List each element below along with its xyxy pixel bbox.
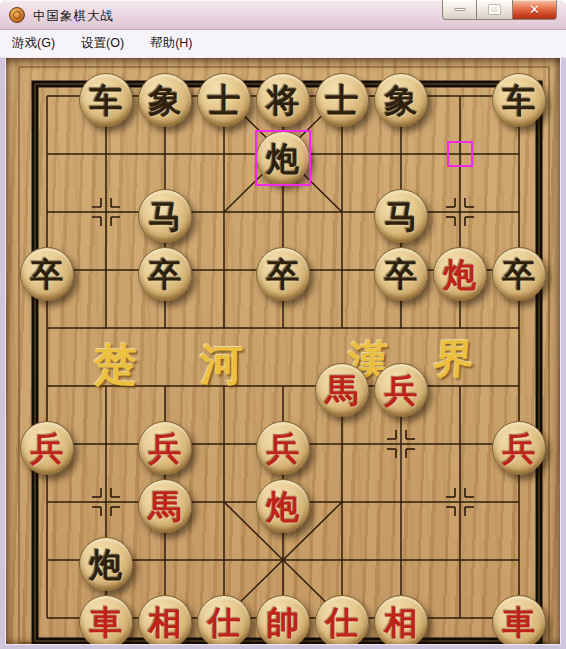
titlebar[interactable]: 中国象棋大战 ✕ <box>0 0 566 30</box>
window-title: 中国象棋大战 <box>33 8 114 25</box>
xiangqi-board[interactable]: 楚 河 漢 界 车象士将士象车炮马马卒卒卒卒炮卒馬兵兵兵兵兵馬炮炮車相仕帥仕相車 <box>6 58 560 644</box>
maximize-icon <box>489 5 500 14</box>
last-move-to-highlight <box>255 130 311 186</box>
minimize-icon <box>454 8 466 11</box>
highlight-layer <box>6 58 560 644</box>
close-icon: ✕ <box>529 3 540 16</box>
window-controls: ✕ <box>442 0 557 20</box>
last-move-from-highlight <box>447 141 473 167</box>
close-button[interactable]: ✕ <box>512 0 557 20</box>
maximize-button[interactable] <box>477 0 512 20</box>
app-window: 中国象棋大战 ✕ 游戏(G) 设置(O) 帮助(H) 楚 河 漢 界 车象士将士… <box>0 0 566 649</box>
menu-game[interactable]: 游戏(G) <box>4 31 63 56</box>
minimize-button[interactable] <box>442 0 477 20</box>
menu-help[interactable]: 帮助(H) <box>142 31 200 56</box>
app-icon <box>9 7 25 23</box>
menu-bar: 游戏(G) 设置(O) 帮助(H) <box>0 30 566 58</box>
menu-settings[interactable]: 设置(O) <box>73 31 132 56</box>
